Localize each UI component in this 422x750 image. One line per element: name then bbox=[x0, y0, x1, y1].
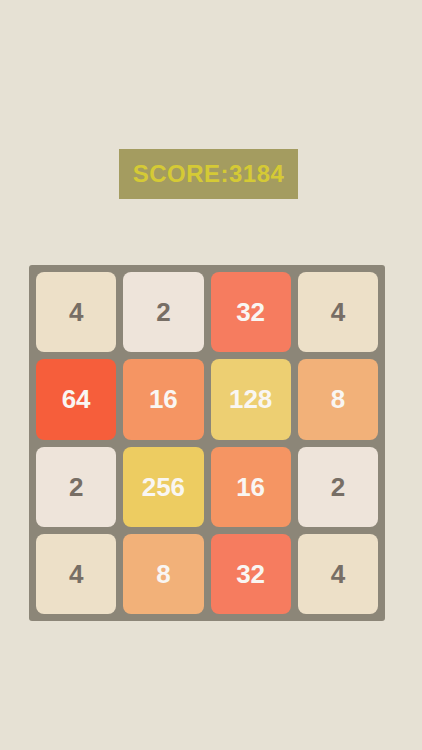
tile-r1c2: 2 bbox=[123, 272, 203, 352]
board-frame[interactable]: 4232464161288225616248324 bbox=[29, 265, 385, 621]
tile-r3c4: 2 bbox=[298, 447, 378, 527]
tile-r2c2: 16 bbox=[123, 359, 203, 439]
tile-r1c4: 4 bbox=[298, 272, 378, 352]
tile-r2c3: 128 bbox=[211, 359, 291, 439]
tile-r3c2: 256 bbox=[123, 447, 203, 527]
tile-r4c4: 4 bbox=[298, 534, 378, 614]
board-grid[interactable]: 4232464161288225616248324 bbox=[36, 272, 378, 614]
tile-r1c1: 4 bbox=[36, 272, 116, 352]
tile-r3c1: 2 bbox=[36, 447, 116, 527]
tile-r4c1: 4 bbox=[36, 534, 116, 614]
tile-r2c4: 8 bbox=[298, 359, 378, 439]
tile-r2c1: 64 bbox=[36, 359, 116, 439]
tile-r3c3: 16 bbox=[211, 447, 291, 527]
game-screen: SCORE:3184 4232464161288225616248324 bbox=[0, 0, 422, 750]
score-banner: SCORE:3184 bbox=[119, 149, 298, 199]
tile-r4c2: 8 bbox=[123, 534, 203, 614]
score-text: SCORE:3184 bbox=[133, 160, 285, 188]
tile-r1c3: 32 bbox=[211, 272, 291, 352]
tile-r4c3: 32 bbox=[211, 534, 291, 614]
